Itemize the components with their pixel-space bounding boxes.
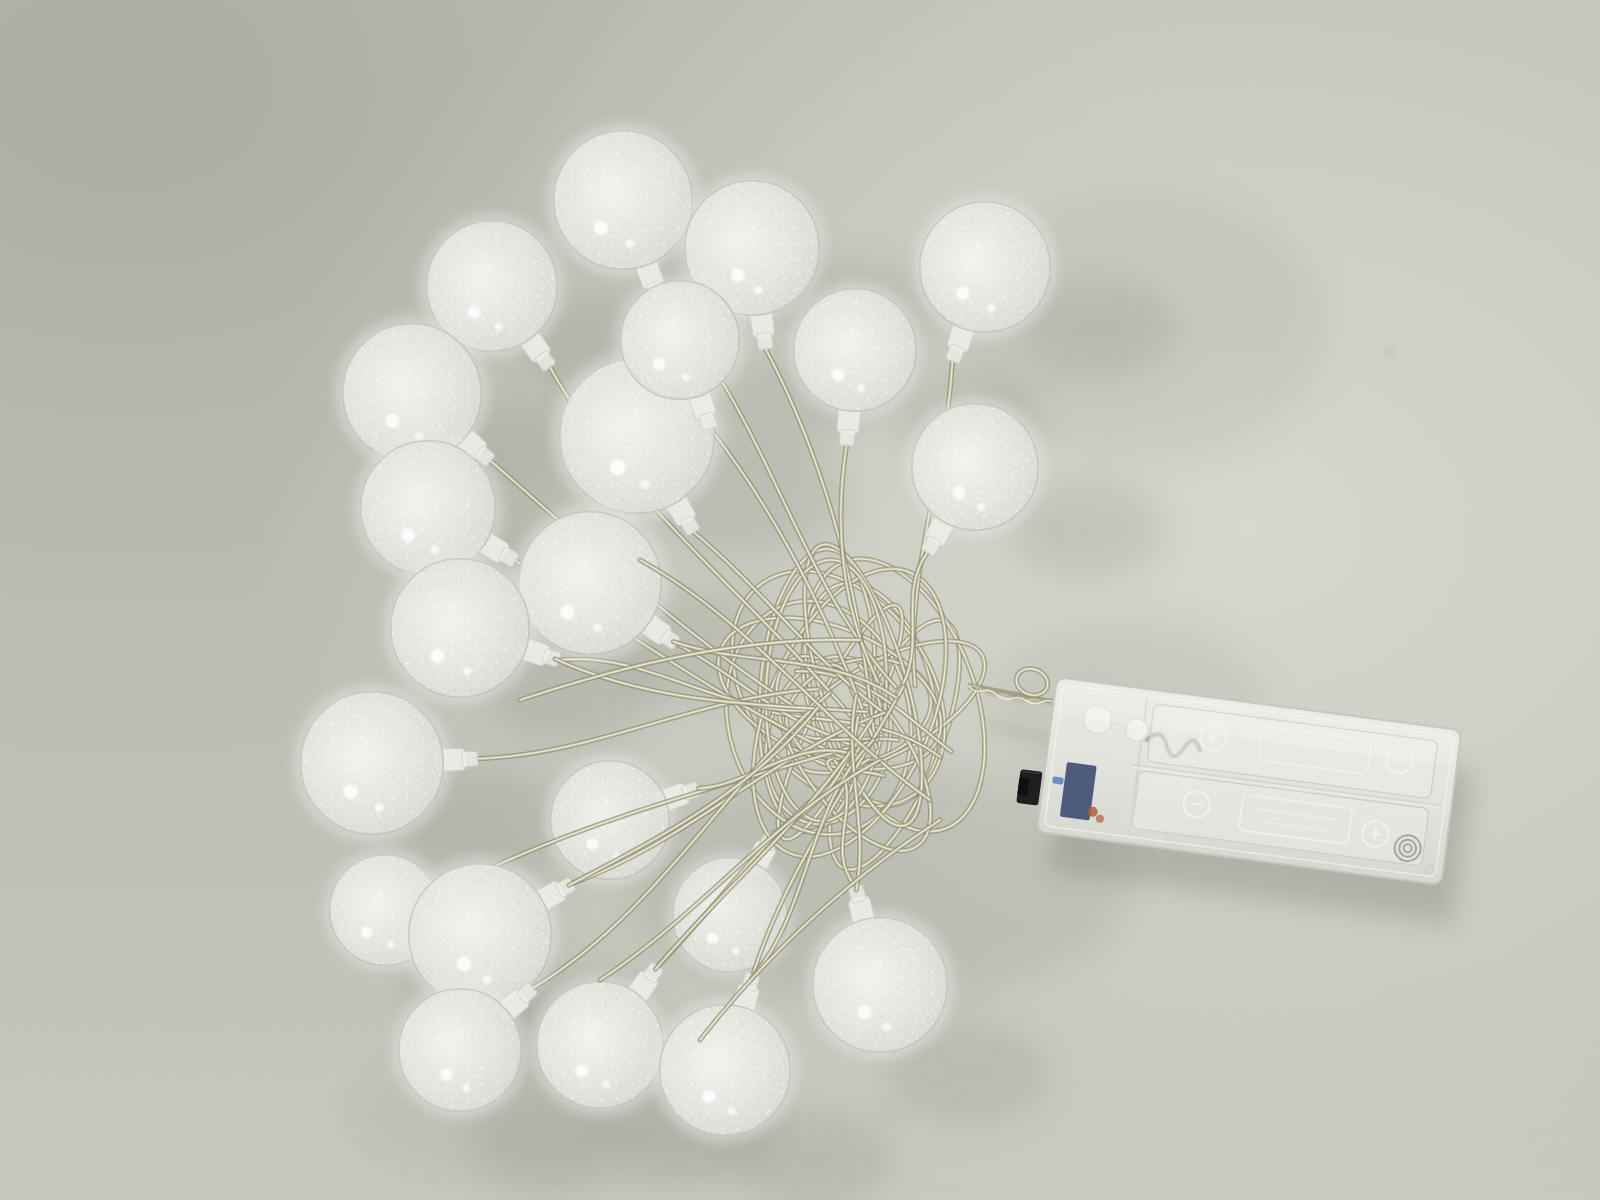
grain-layer [0,0,1600,1200]
photo-grain [0,0,1600,1200]
scene-photo-fairy-lights [0,0,1600,1200]
